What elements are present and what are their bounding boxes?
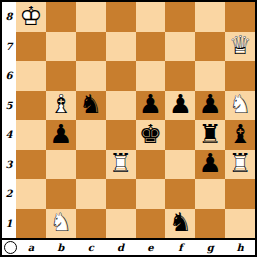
board-zone: 87654321 ♚♔♛♕♝♗♞♟♟♟♞♘♟♚♜♝♜♖♟♜♖♞♘♞ — [2, 2, 255, 240]
square-h5[interactable]: ♞♘ — [225, 91, 255, 121]
black-pawn-glyph: ♟ — [169, 91, 192, 117]
rank-label-8: 8 — [2, 2, 16, 32]
square-a2[interactable] — [16, 179, 46, 209]
square-g3[interactable]: ♟ — [195, 150, 225, 180]
square-b7[interactable] — [46, 32, 76, 62]
square-e1[interactable] — [136, 209, 166, 239]
white-knight-glyph: ♘ — [49, 209, 72, 235]
file-label-h: h — [225, 240, 255, 255]
square-d7[interactable] — [106, 32, 136, 62]
file-label-d: d — [106, 240, 136, 255]
black-knight-glyph: ♞ — [79, 91, 102, 117]
square-c2[interactable] — [76, 179, 106, 209]
square-g4[interactable]: ♜ — [195, 120, 225, 150]
square-g7[interactable] — [195, 32, 225, 62]
white-queen-glyph: ♕ — [228, 32, 251, 58]
square-a7[interactable] — [16, 32, 46, 62]
square-e6[interactable] — [136, 61, 166, 91]
white-bishop-piece: ♝♗ — [46, 91, 76, 121]
square-c4[interactable] — [76, 120, 106, 150]
rank-label-4: 4 — [2, 120, 16, 150]
black-rook-glyph: ♜ — [199, 121, 222, 147]
black-knight-glyph: ♞ — [169, 209, 192, 235]
black-pawn-piece: ♟ — [165, 91, 195, 121]
square-b4[interactable]: ♟ — [46, 120, 76, 150]
black-king-piece: ♚ — [136, 120, 166, 150]
white-king-piece: ♚♔ — [16, 2, 46, 32]
white-knight-piece: ♞♘ — [225, 91, 255, 121]
square-f8[interactable] — [165, 2, 195, 32]
black-bishop-glyph: ♝ — [228, 121, 251, 147]
square-b6[interactable] — [46, 61, 76, 91]
square-e3[interactable] — [136, 150, 166, 180]
chess-diagram: 87654321 ♚♔♛♕♝♗♞♟♟♟♞♘♟♚♜♝♜♖♟♜♖♞♘♞ abcdef… — [0, 0, 257, 257]
square-d4[interactable] — [106, 120, 136, 150]
square-h1[interactable] — [225, 209, 255, 239]
black-pawn-piece: ♟ — [136, 91, 166, 121]
file-label-c: c — [76, 240, 106, 255]
rank-label-1: 1 — [2, 209, 16, 239]
square-c6[interactable] — [76, 61, 106, 91]
square-e8[interactable] — [136, 2, 166, 32]
square-a3[interactable] — [16, 150, 46, 180]
square-g1[interactable] — [195, 209, 225, 239]
white-rook-glyph: ♖ — [228, 150, 251, 176]
square-a5[interactable] — [16, 91, 46, 121]
square-e2[interactable] — [136, 179, 166, 209]
square-g8[interactable] — [195, 2, 225, 32]
black-pawn-glyph: ♟ — [199, 150, 222, 176]
square-f6[interactable] — [165, 61, 195, 91]
square-b1[interactable]: ♞♘ — [46, 209, 76, 239]
square-d8[interactable] — [106, 2, 136, 32]
square-c1[interactable] — [76, 209, 106, 239]
white-rook-glyph: ♖ — [109, 150, 132, 176]
black-king-glyph: ♚ — [139, 121, 162, 147]
rank-label-5: 5 — [2, 91, 16, 121]
black-pawn-piece: ♟ — [46, 120, 76, 150]
square-e7[interactable] — [136, 32, 166, 62]
square-a1[interactable] — [16, 209, 46, 239]
white-queen-piece: ♛♕ — [225, 32, 255, 62]
square-c8[interactable] — [76, 2, 106, 32]
chess-board: ♚♔♛♕♝♗♞♟♟♟♞♘♟♚♜♝♜♖♟♜♖♞♘♞ — [16, 2, 255, 238]
square-d3[interactable]: ♜♖ — [106, 150, 136, 180]
black-pawn-glyph: ♟ — [199, 91, 222, 117]
square-g6[interactable] — [195, 61, 225, 91]
square-f5[interactable]: ♟ — [165, 91, 195, 121]
file-label-a: a — [16, 240, 46, 255]
white-bishop-glyph: ♗ — [49, 91, 72, 117]
square-a4[interactable] — [16, 120, 46, 150]
file-label-f: f — [165, 240, 195, 255]
square-d2[interactable] — [106, 179, 136, 209]
square-c7[interactable] — [76, 32, 106, 62]
black-knight-piece: ♞ — [76, 91, 106, 121]
square-h3[interactable]: ♜♖ — [225, 150, 255, 180]
square-b2[interactable] — [46, 179, 76, 209]
square-f1[interactable]: ♞ — [165, 209, 195, 239]
file-labels-row: abcdefgh — [2, 240, 255, 255]
black-knight-piece: ♞ — [165, 209, 195, 239]
rank-label-3: 3 — [2, 150, 16, 180]
square-f3[interactable] — [165, 150, 195, 180]
square-d1[interactable] — [106, 209, 136, 239]
square-a8[interactable]: ♚♔ — [16, 2, 46, 32]
file-label-g: g — [195, 240, 225, 255]
black-pawn-glyph: ♟ — [49, 121, 72, 147]
square-c5[interactable]: ♞ — [76, 91, 106, 121]
square-h6[interactable] — [225, 61, 255, 91]
turn-indicator-cell — [2, 240, 16, 255]
black-pawn-glyph: ♟ — [139, 91, 162, 117]
square-e5[interactable]: ♟ — [136, 91, 166, 121]
black-rook-piece: ♜ — [195, 120, 225, 150]
file-label-b: b — [46, 240, 76, 255]
square-f7[interactable] — [165, 32, 195, 62]
square-b5[interactable]: ♝♗ — [46, 91, 76, 121]
black-bishop-piece: ♝ — [225, 120, 255, 150]
black-pawn-piece: ♟ — [195, 91, 225, 121]
black-pawn-piece: ♟ — [195, 150, 225, 180]
white-rook-piece: ♜♖ — [106, 150, 136, 180]
square-d5[interactable] — [106, 91, 136, 121]
white-knight-piece: ♞♘ — [46, 209, 76, 239]
square-c3[interactable] — [76, 150, 106, 180]
white-king-glyph: ♔ — [19, 3, 42, 29]
rank-label-2: 2 — [2, 179, 16, 209]
square-e4[interactable]: ♚ — [136, 120, 166, 150]
square-f4[interactable] — [165, 120, 195, 150]
square-d6[interactable] — [106, 61, 136, 91]
square-g2[interactable] — [195, 179, 225, 209]
white-rook-piece: ♜♖ — [225, 150, 255, 180]
rank-label-7: 7 — [2, 32, 16, 62]
square-h7[interactable]: ♛♕ — [225, 32, 255, 62]
square-a6[interactable] — [16, 61, 46, 91]
square-b3[interactable] — [46, 150, 76, 180]
square-h4[interactable]: ♝ — [225, 120, 255, 150]
square-h8[interactable] — [225, 2, 255, 32]
rank-label-6: 6 — [2, 61, 16, 91]
white-knight-glyph: ♘ — [228, 91, 251, 117]
rank-labels-column: 87654321 — [2, 2, 16, 238]
square-g5[interactable]: ♟ — [195, 91, 225, 121]
square-b8[interactable] — [46, 2, 76, 32]
file-label-e: e — [136, 240, 166, 255]
square-f2[interactable] — [165, 179, 195, 209]
square-h2[interactable] — [225, 179, 255, 209]
